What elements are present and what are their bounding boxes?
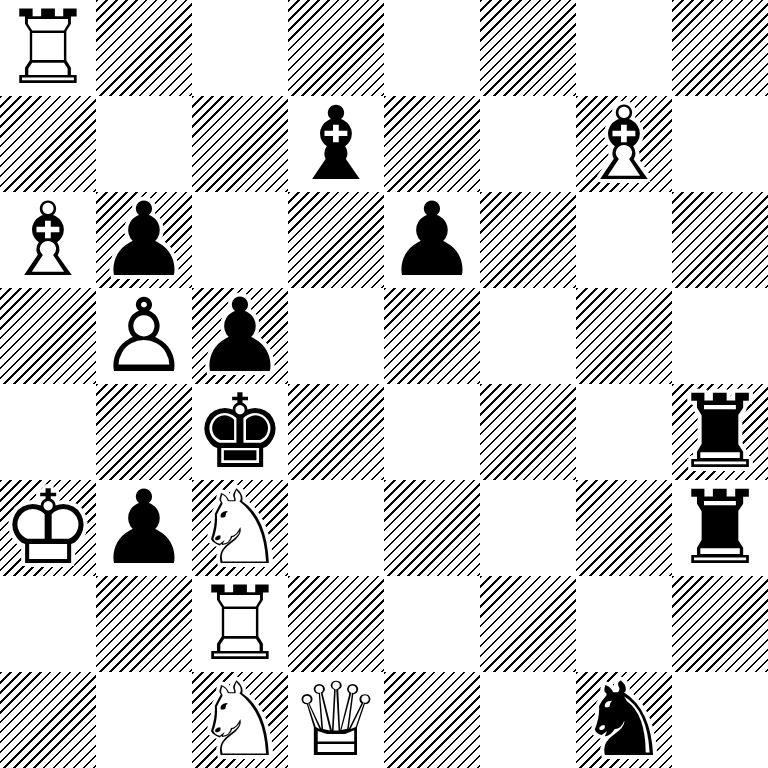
square-a8[interactable]: ♜♖ xyxy=(0,0,96,96)
square-d5[interactable] xyxy=(288,288,384,384)
square-a1[interactable] xyxy=(0,672,96,768)
piece-face-layer: ♔ xyxy=(2,480,93,576)
piece-face-layer: ♕ xyxy=(290,672,381,768)
square-c7[interactable] xyxy=(192,96,288,192)
square-f8[interactable] xyxy=(480,0,576,96)
square-a2[interactable] xyxy=(0,576,96,672)
piece-face-layer: ♞ xyxy=(578,672,669,768)
square-e3[interactable] xyxy=(384,480,480,576)
square-e5[interactable] xyxy=(384,288,480,384)
square-c5[interactable]: ♟♟ xyxy=(192,288,288,384)
square-a5[interactable] xyxy=(0,288,96,384)
square-c6[interactable] xyxy=(192,192,288,288)
square-d3[interactable] xyxy=(288,480,384,576)
square-g3[interactable] xyxy=(576,480,672,576)
square-f2[interactable] xyxy=(480,576,576,672)
black-rook-piece[interactable]: ♜♜ xyxy=(672,384,768,480)
square-f5[interactable] xyxy=(480,288,576,384)
square-e1[interactable] xyxy=(384,672,480,768)
square-c4[interactable]: ♚♚ xyxy=(192,384,288,480)
square-g5[interactable] xyxy=(576,288,672,384)
square-a3[interactable]: ♚♔ xyxy=(0,480,96,576)
square-h4[interactable]: ♜♜ xyxy=(672,384,768,480)
piece-face-layer: ♗ xyxy=(578,96,669,192)
white-pawn-piece[interactable]: ♟♙ xyxy=(96,288,192,384)
piece-face-layer: ♝ xyxy=(290,96,381,192)
piece-face-layer: ♜ xyxy=(674,384,765,480)
black-king-piece[interactable]: ♚♚ xyxy=(192,384,288,480)
square-h5[interactable] xyxy=(672,288,768,384)
square-a4[interactable] xyxy=(0,384,96,480)
square-c3[interactable]: ♞♘ xyxy=(192,480,288,576)
square-e2[interactable] xyxy=(384,576,480,672)
square-h3[interactable]: ♜♜ xyxy=(672,480,768,576)
square-g7[interactable]: ♝♗ xyxy=(576,96,672,192)
white-king-piece[interactable]: ♚♔ xyxy=(0,480,96,576)
piece-face-layer: ♚ xyxy=(194,384,285,480)
square-b2[interactable] xyxy=(96,576,192,672)
piece-face-layer: ♟ xyxy=(194,288,285,384)
square-f6[interactable] xyxy=(480,192,576,288)
black-pawn-piece[interactable]: ♟♟ xyxy=(192,288,288,384)
black-bishop-piece[interactable]: ♝♝ xyxy=(288,96,384,192)
square-b6[interactable]: ♟♟ xyxy=(96,192,192,288)
square-f7[interactable] xyxy=(480,96,576,192)
white-bishop-piece[interactable]: ♝♗ xyxy=(0,192,96,288)
square-b4[interactable] xyxy=(96,384,192,480)
square-c2[interactable]: ♜♖ xyxy=(192,576,288,672)
piece-face-layer: ♟ xyxy=(98,192,189,288)
square-b8[interactable] xyxy=(96,0,192,96)
square-d2[interactable] xyxy=(288,576,384,672)
square-h8[interactable] xyxy=(672,0,768,96)
square-g1[interactable]: ♞♞ xyxy=(576,672,672,768)
black-pawn-piece[interactable]: ♟♟ xyxy=(384,192,480,288)
white-knight-piece[interactable]: ♞♘ xyxy=(192,480,288,576)
square-f1[interactable] xyxy=(480,672,576,768)
piece-face-layer: ♗ xyxy=(2,192,93,288)
square-d8[interactable] xyxy=(288,0,384,96)
square-g2[interactable] xyxy=(576,576,672,672)
black-rook-piece[interactable]: ♜♜ xyxy=(672,480,768,576)
square-g4[interactable] xyxy=(576,384,672,480)
square-c8[interactable] xyxy=(192,0,288,96)
black-pawn-piece[interactable]: ♟♟ xyxy=(96,480,192,576)
chess-board: ♜♖♝♝♝♗♝♗♟♟♟♟♟♙♟♟♚♚♜♜♚♔♟♟♞♘♜♜♜♖♞♘♛♕♞♞ xyxy=(0,0,768,768)
square-f4[interactable] xyxy=(480,384,576,480)
piece-face-layer: ♘ xyxy=(194,480,285,576)
piece-face-layer: ♖ xyxy=(194,576,285,672)
square-h6[interactable] xyxy=(672,192,768,288)
white-rook-piece[interactable]: ♜♖ xyxy=(192,576,288,672)
square-a7[interactable] xyxy=(0,96,96,192)
square-d1[interactable]: ♛♕ xyxy=(288,672,384,768)
square-f3[interactable] xyxy=(480,480,576,576)
square-h7[interactable] xyxy=(672,96,768,192)
square-b5[interactable]: ♟♙ xyxy=(96,288,192,384)
square-b7[interactable] xyxy=(96,96,192,192)
piece-face-layer: ♟ xyxy=(98,480,189,576)
square-d4[interactable] xyxy=(288,384,384,480)
white-rook-piece[interactable]: ♜♖ xyxy=(0,0,96,96)
square-e6[interactable]: ♟♟ xyxy=(384,192,480,288)
black-pawn-piece[interactable]: ♟♟ xyxy=(96,192,192,288)
piece-face-layer: ♙ xyxy=(98,288,189,384)
square-a6[interactable]: ♝♗ xyxy=(0,192,96,288)
white-knight-piece[interactable]: ♞♘ xyxy=(192,672,288,768)
square-g8[interactable] xyxy=(576,0,672,96)
square-b1[interactable] xyxy=(96,672,192,768)
square-g6[interactable] xyxy=(576,192,672,288)
piece-face-layer: ♟ xyxy=(386,192,477,288)
square-e7[interactable] xyxy=(384,96,480,192)
square-e4[interactable] xyxy=(384,384,480,480)
piece-face-layer: ♖ xyxy=(2,0,93,96)
white-bishop-piece[interactable]: ♝♗ xyxy=(576,96,672,192)
piece-face-layer: ♜ xyxy=(674,480,765,576)
square-h2[interactable] xyxy=(672,576,768,672)
square-b3[interactable]: ♟♟ xyxy=(96,480,192,576)
square-h1[interactable] xyxy=(672,672,768,768)
piece-face-layer: ♘ xyxy=(194,672,285,768)
square-c1[interactable]: ♞♘ xyxy=(192,672,288,768)
white-queen-piece[interactable]: ♛♕ xyxy=(288,672,384,768)
square-d7[interactable]: ♝♝ xyxy=(288,96,384,192)
black-knight-piece[interactable]: ♞♞ xyxy=(576,672,672,768)
square-d6[interactable] xyxy=(288,192,384,288)
square-e8[interactable] xyxy=(384,0,480,96)
